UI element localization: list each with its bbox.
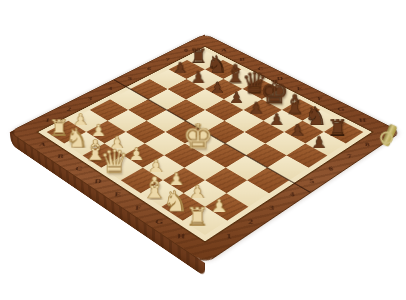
product-photo: ABCDEFGH ABCDEFGH 87654321 87654321 ♜♞♝♛… bbox=[0, 0, 406, 300]
chess-board: ABCDEFGH ABCDEFGH 87654321 87654321 ♜♞♝♛… bbox=[10, 34, 400, 263]
board-grid: ♜♞♝♛♚♝♞♜♟♟♟♟♟♟♟♟♚♟♟♟♟♟♟♟♟♜♞♝♛♝♞♜ bbox=[47, 51, 364, 235]
piece-white-queen-d1[interactable]: ♛ bbox=[100, 147, 129, 176]
piece-white-rook-h1[interactable]: ♜ bbox=[182, 199, 213, 230]
board-top-surface: ABCDEFGH ABCDEFGH 87654321 87654321 ♜♞♝♛… bbox=[10, 34, 400, 263]
